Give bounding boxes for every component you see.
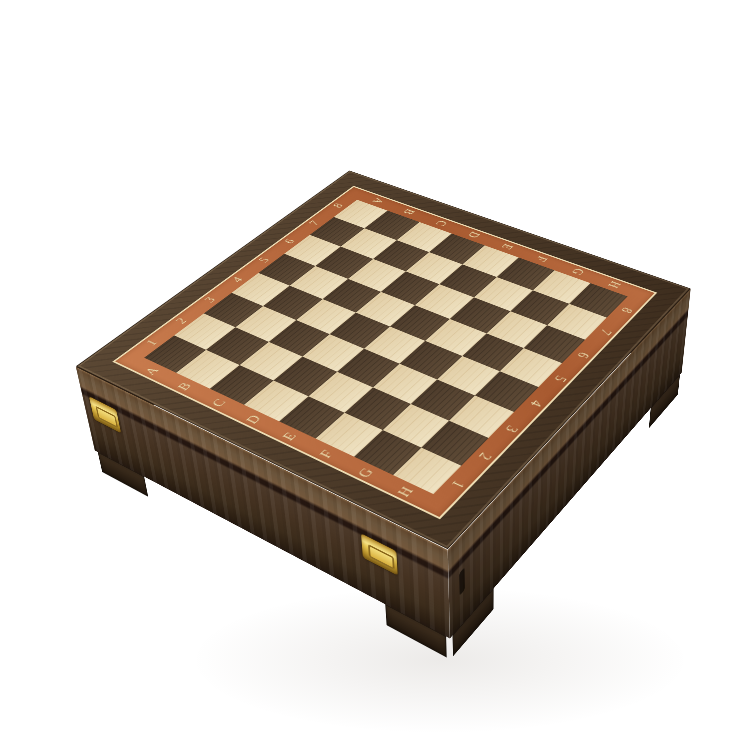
brass-latch-icon xyxy=(89,396,121,433)
coord-label-top-8: 8 xyxy=(318,194,357,217)
coordinate-labels: AABBCCDDEEFFGGHH1122334455667788 xyxy=(76,170,691,549)
product-photo: AABBCCDDEEFFGGHH1122334455667788 xyxy=(0,0,750,750)
brass-latch-icon xyxy=(361,533,398,575)
coord-label-left-h: H xyxy=(378,475,433,509)
coord-label-right-h: H xyxy=(590,273,638,297)
board-top: AABBCCDDEEFFGGHH1122334455667788 xyxy=(76,170,691,549)
finger-notch xyxy=(459,567,465,595)
chess-box: AABBCCDDEEFFGGHH1122334455667788 xyxy=(76,171,691,550)
box-foot xyxy=(649,375,680,429)
box-foot xyxy=(98,452,148,497)
